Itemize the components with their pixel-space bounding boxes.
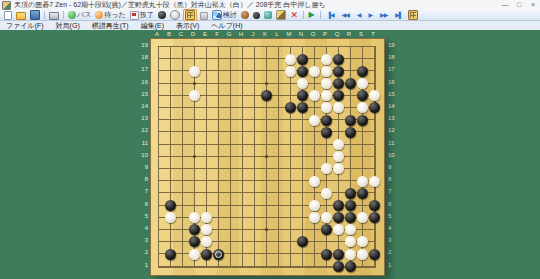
- intersection-B1[interactable]: [164, 260, 176, 272]
- menu-game[interactable]: 対局(G): [50, 21, 86, 30]
- intersection-E10[interactable]: [200, 151, 212, 163]
- intersection-H5[interactable]: [236, 212, 248, 224]
- small-view-tool[interactable]: [199, 10, 209, 20]
- intersection-G3[interactable]: [224, 236, 236, 248]
- intersection-K13[interactable]: [260, 114, 272, 126]
- intersection-P4[interactable]: [320, 224, 332, 236]
- intersection-A16[interactable]: [152, 77, 164, 89]
- intersection-P8[interactable]: [320, 175, 332, 187]
- intersection-G6[interactable]: [224, 199, 236, 211]
- intersection-A7[interactable]: [152, 187, 164, 199]
- intersection-K12[interactable]: [260, 126, 272, 138]
- intersection-N7[interactable]: [296, 187, 308, 199]
- intersection-B13[interactable]: [164, 114, 176, 126]
- intersection-N13[interactable]: [296, 114, 308, 126]
- intersection-C6[interactable]: [176, 199, 188, 211]
- intersection-C7[interactable]: [176, 187, 188, 199]
- intersection-O15[interactable]: [308, 90, 320, 102]
- intersection-D14[interactable]: [188, 102, 200, 114]
- nav-back-button[interactable]: ◀: [354, 10, 364, 20]
- intersection-H16[interactable]: [236, 77, 248, 89]
- intersection-D12[interactable]: [188, 126, 200, 138]
- intersection-T12[interactable]: [368, 126, 380, 138]
- intersection-M16[interactable]: [284, 77, 296, 89]
- intersection-L4[interactable]: [272, 224, 284, 236]
- intersection-P3[interactable]: [320, 236, 332, 248]
- intersection-S8[interactable]: [356, 175, 368, 187]
- intersection-A11[interactable]: [152, 138, 164, 150]
- intersection-G12[interactable]: [224, 126, 236, 138]
- intersection-S2[interactable]: [356, 248, 368, 260]
- intersection-T10[interactable]: [368, 151, 380, 163]
- intersection-L14[interactable]: [272, 102, 284, 114]
- intersection-E16[interactable]: [200, 77, 212, 89]
- intersection-T6[interactable]: [368, 199, 380, 211]
- intersection-A1[interactable]: [152, 260, 164, 272]
- intersection-C16[interactable]: [176, 77, 188, 89]
- intersection-Q5[interactable]: [332, 212, 344, 224]
- intersection-O16[interactable]: [308, 77, 320, 89]
- intersection-T1[interactable]: [368, 260, 380, 272]
- intersection-B11[interactable]: [164, 138, 176, 150]
- intersection-S5[interactable]: [356, 212, 368, 224]
- intersection-P9[interactable]: [320, 163, 332, 175]
- intersection-Q17[interactable]: [332, 65, 344, 77]
- intersection-E8[interactable]: [200, 175, 212, 187]
- black-stone-tool[interactable]: [157, 10, 167, 20]
- intersection-J4[interactable]: [248, 224, 260, 236]
- intersection-P5[interactable]: [320, 212, 332, 224]
- intersection-S11[interactable]: [356, 138, 368, 150]
- intersection-C18[interactable]: [176, 53, 188, 65]
- nav-first-button[interactable]: ▐◀: [324, 10, 337, 20]
- intersection-O17[interactable]: [308, 65, 320, 77]
- intersection-C13[interactable]: [176, 114, 188, 126]
- intersection-Q16[interactable]: [332, 77, 344, 89]
- intersection-G11[interactable]: [224, 138, 236, 150]
- intersection-O19[interactable]: [308, 41, 320, 53]
- intersection-B19[interactable]: [164, 41, 176, 53]
- intersection-T5[interactable]: [368, 212, 380, 224]
- intersection-H9[interactable]: [236, 163, 248, 175]
- intersection-K2[interactable]: [260, 248, 272, 260]
- intersection-F5[interactable]: [212, 212, 224, 224]
- intersection-M13[interactable]: [284, 114, 296, 126]
- intersection-O14[interactable]: [308, 102, 320, 114]
- intersection-N3[interactable]: [296, 236, 308, 248]
- intersection-B12[interactable]: [164, 126, 176, 138]
- intersection-N16[interactable]: [296, 77, 308, 89]
- intersection-Q14[interactable]: [332, 102, 344, 114]
- intersection-J5[interactable]: [248, 212, 260, 224]
- intersection-L10[interactable]: [272, 151, 284, 163]
- intersection-F3[interactable]: [212, 236, 224, 248]
- intersection-Q19[interactable]: [332, 41, 344, 53]
- intersection-P1[interactable]: [320, 260, 332, 272]
- intersection-E13[interactable]: [200, 114, 212, 126]
- intersection-M9[interactable]: [284, 163, 296, 175]
- intersection-J9[interactable]: [248, 163, 260, 175]
- intersection-G19[interactable]: [224, 41, 236, 53]
- intersection-J6[interactable]: [248, 199, 260, 211]
- intersection-G15[interactable]: [224, 90, 236, 102]
- intersection-O5[interactable]: [308, 212, 320, 224]
- intersection-E15[interactable]: [200, 90, 212, 102]
- intersection-A2[interactable]: [152, 248, 164, 260]
- intersection-N8[interactable]: [296, 175, 308, 187]
- intersection-H14[interactable]: [236, 102, 248, 114]
- intersection-T18[interactable]: [368, 53, 380, 65]
- intersection-A6[interactable]: [152, 199, 164, 211]
- intersection-P14[interactable]: [320, 102, 332, 114]
- intersection-J10[interactable]: [248, 151, 260, 163]
- intersection-H1[interactable]: [236, 260, 248, 272]
- intersection-O9[interactable]: [308, 163, 320, 175]
- intersection-F12[interactable]: [212, 126, 224, 138]
- intersection-R13[interactable]: [344, 114, 356, 126]
- intersection-D6[interactable]: [188, 199, 200, 211]
- intersection-S17[interactable]: [356, 65, 368, 77]
- intersection-N9[interactable]: [296, 163, 308, 175]
- intersection-H18[interactable]: [236, 53, 248, 65]
- stone-ball-tool[interactable]: [252, 10, 261, 20]
- intersection-R1[interactable]: [344, 260, 356, 272]
- intersection-F6[interactable]: [212, 199, 224, 211]
- intersection-S15[interactable]: [356, 90, 368, 102]
- intersection-F19[interactable]: [212, 41, 224, 53]
- intersection-C14[interactable]: [176, 102, 188, 114]
- intersection-J18[interactable]: [248, 53, 260, 65]
- intersection-O8[interactable]: [308, 175, 320, 187]
- intersection-E6[interactable]: [200, 199, 212, 211]
- intersection-N4[interactable]: [296, 224, 308, 236]
- intersection-K1[interactable]: [260, 260, 272, 272]
- intersection-J15[interactable]: [248, 90, 260, 102]
- intersection-H10[interactable]: [236, 151, 248, 163]
- intersection-M6[interactable]: [284, 199, 296, 211]
- intersection-B4[interactable]: [164, 224, 176, 236]
- intersection-G18[interactable]: [224, 53, 236, 65]
- intersection-G17[interactable]: [224, 65, 236, 77]
- intersection-H8[interactable]: [236, 175, 248, 187]
- intersection-A10[interactable]: [152, 151, 164, 163]
- intersection-L8[interactable]: [272, 175, 284, 187]
- intersection-K15[interactable]: [260, 90, 272, 102]
- intersection-A5[interactable]: [152, 212, 164, 224]
- menu-edit[interactable]: 編集(E): [135, 21, 170, 30]
- intersection-Q12[interactable]: [332, 126, 344, 138]
- intersection-B10[interactable]: [164, 151, 176, 163]
- intersection-A9[interactable]: [152, 163, 164, 175]
- intersection-Q4[interactable]: [332, 224, 344, 236]
- minimize-button[interactable]: —: [498, 0, 512, 10]
- edit-tool[interactable]: [275, 10, 287, 20]
- intersection-M2[interactable]: [284, 248, 296, 260]
- nav-last-button[interactable]: ▶▌: [392, 10, 405, 20]
- intersection-A12[interactable]: [152, 126, 164, 138]
- intersection-H19[interactable]: [236, 41, 248, 53]
- intersection-F8[interactable]: [212, 175, 224, 187]
- intersection-R17[interactable]: [344, 65, 356, 77]
- intersection-O6[interactable]: [308, 199, 320, 211]
- intersection-E5[interactable]: [200, 212, 212, 224]
- intersection-G1[interactable]: [224, 260, 236, 272]
- intersection-D10[interactable]: [188, 151, 200, 163]
- intersection-C15[interactable]: [176, 90, 188, 102]
- intersection-E4[interactable]: [200, 224, 212, 236]
- intersection-R4[interactable]: [344, 224, 356, 236]
- intersection-B16[interactable]: [164, 77, 176, 89]
- intersection-C1[interactable]: [176, 260, 188, 272]
- intersection-L18[interactable]: [272, 53, 284, 65]
- intersection-O4[interactable]: [308, 224, 320, 236]
- print-button[interactable]: [48, 10, 60, 20]
- intersection-L12[interactable]: [272, 126, 284, 138]
- intersection-K14[interactable]: [260, 102, 272, 114]
- intersection-L19[interactable]: [272, 41, 284, 53]
- intersection-S9[interactable]: [356, 163, 368, 175]
- intersection-N1[interactable]: [296, 260, 308, 272]
- intersection-E3[interactable]: [200, 236, 212, 248]
- intersection-R8[interactable]: [344, 175, 356, 187]
- intersection-L3[interactable]: [272, 236, 284, 248]
- intersection-R15[interactable]: [344, 90, 356, 102]
- intersection-R2[interactable]: [344, 248, 356, 260]
- intersection-C11[interactable]: [176, 138, 188, 150]
- intersection-K10[interactable]: [260, 151, 272, 163]
- intersection-D15[interactable]: [188, 90, 200, 102]
- intersection-E9[interactable]: [200, 163, 212, 175]
- intersection-L2[interactable]: [272, 248, 284, 260]
- intersection-M4[interactable]: [284, 224, 296, 236]
- intersection-E18[interactable]: [200, 53, 212, 65]
- intersection-J3[interactable]: [248, 236, 260, 248]
- intersection-J17[interactable]: [248, 65, 260, 77]
- intersection-O18[interactable]: [308, 53, 320, 65]
- intersection-T16[interactable]: [368, 77, 380, 89]
- intersection-J2[interactable]: [248, 248, 260, 260]
- intersection-K19[interactable]: [260, 41, 272, 53]
- intersection-C17[interactable]: [176, 65, 188, 77]
- pass-button[interactable]: パス: [67, 10, 92, 20]
- intersection-D11[interactable]: [188, 138, 200, 150]
- intersection-H12[interactable]: [236, 126, 248, 138]
- intersection-A19[interactable]: [152, 41, 164, 53]
- intersection-B8[interactable]: [164, 175, 176, 187]
- intersection-J16[interactable]: [248, 77, 260, 89]
- intersection-F17[interactable]: [212, 65, 224, 77]
- intersection-G13[interactable]: [224, 114, 236, 126]
- intersection-F7[interactable]: [212, 187, 224, 199]
- intersection-Q9[interactable]: [332, 163, 344, 175]
- intersection-N18[interactable]: [296, 53, 308, 65]
- intersection-H3[interactable]: [236, 236, 248, 248]
- intersection-P15[interactable]: [320, 90, 332, 102]
- intersection-B18[interactable]: [164, 53, 176, 65]
- intersection-F15[interactable]: [212, 90, 224, 102]
- intersection-A18[interactable]: [152, 53, 164, 65]
- intersection-L1[interactable]: [272, 260, 284, 272]
- intersection-D3[interactable]: [188, 236, 200, 248]
- intersection-O13[interactable]: [308, 114, 320, 126]
- intersection-N10[interactable]: [296, 151, 308, 163]
- intersection-M19[interactable]: [284, 41, 296, 53]
- intersection-N12[interactable]: [296, 126, 308, 138]
- intersection-D18[interactable]: [188, 53, 200, 65]
- intersection-T9[interactable]: [368, 163, 380, 175]
- intersection-Q15[interactable]: [332, 90, 344, 102]
- intersection-C19[interactable]: [176, 41, 188, 53]
- intersection-S14[interactable]: [356, 102, 368, 114]
- intersection-C4[interactable]: [176, 224, 188, 236]
- intersection-M3[interactable]: [284, 236, 296, 248]
- intersection-G7[interactable]: [224, 187, 236, 199]
- menu-help[interactable]: ヘルプ(H): [205, 21, 248, 30]
- intersection-A14[interactable]: [152, 102, 164, 114]
- intersection-M7[interactable]: [284, 187, 296, 199]
- intersection-G14[interactable]: [224, 102, 236, 114]
- intersection-T11[interactable]: [368, 138, 380, 150]
- intersection-B6[interactable]: [164, 199, 176, 211]
- territory-tool[interactable]: [263, 10, 273, 20]
- intersection-P12[interactable]: [320, 126, 332, 138]
- intersection-H17[interactable]: [236, 65, 248, 77]
- intersection-G16[interactable]: [224, 77, 236, 89]
- intersection-E14[interactable]: [200, 102, 212, 114]
- intersection-F2[interactable]: [212, 248, 224, 260]
- intersection-N19[interactable]: [296, 41, 308, 53]
- intersection-M17[interactable]: [284, 65, 296, 77]
- intersection-M1[interactable]: [284, 260, 296, 272]
- intersection-H2[interactable]: [236, 248, 248, 260]
- play-button[interactable]: ▶: [307, 10, 317, 20]
- intersection-D16[interactable]: [188, 77, 200, 89]
- intersection-M8[interactable]: [284, 175, 296, 187]
- intersection-D9[interactable]: [188, 163, 200, 175]
- intersection-G5[interactable]: [224, 212, 236, 224]
- intersection-F10[interactable]: [212, 151, 224, 163]
- intersection-J8[interactable]: [248, 175, 260, 187]
- intersection-C9[interactable]: [176, 163, 188, 175]
- intersection-G4[interactable]: [224, 224, 236, 236]
- intersection-P16[interactable]: [320, 77, 332, 89]
- mini-board-tool[interactable]: [407, 10, 419, 20]
- intersection-D17[interactable]: [188, 65, 200, 77]
- intersection-G2[interactable]: [224, 248, 236, 260]
- intersection-Q11[interactable]: [332, 138, 344, 150]
- intersection-J13[interactable]: [248, 114, 260, 126]
- new-file-button[interactable]: [3, 10, 13, 20]
- intersection-Q8[interactable]: [332, 175, 344, 187]
- intersection-F18[interactable]: [212, 53, 224, 65]
- intersection-B3[interactable]: [164, 236, 176, 248]
- intersection-L9[interactable]: [272, 163, 284, 175]
- intersection-F11[interactable]: [212, 138, 224, 150]
- intersection-K17[interactable]: [260, 65, 272, 77]
- intersection-N11[interactable]: [296, 138, 308, 150]
- intersection-C12[interactable]: [176, 126, 188, 138]
- intersection-P10[interactable]: [320, 151, 332, 163]
- intersection-C3[interactable]: [176, 236, 188, 248]
- nav-back10-button[interactable]: ◀◀: [339, 10, 352, 20]
- intersection-J1[interactable]: [248, 260, 260, 272]
- intersection-M5[interactable]: [284, 212, 296, 224]
- save-button[interactable]: [29, 10, 41, 20]
- intersection-B9[interactable]: [164, 163, 176, 175]
- intersection-H11[interactable]: [236, 138, 248, 150]
- intersection-D7[interactable]: [188, 187, 200, 199]
- intersection-T17[interactable]: [368, 65, 380, 77]
- intersection-A13[interactable]: [152, 114, 164, 126]
- intersection-B2[interactable]: [164, 248, 176, 260]
- intersection-O10[interactable]: [308, 151, 320, 163]
- nav-forward-button[interactable]: ▶: [365, 10, 375, 20]
- intersection-M11[interactable]: [284, 138, 296, 150]
- intersection-P17[interactable]: [320, 65, 332, 77]
- white-stone-tool[interactable]: [169, 10, 181, 20]
- intersection-O1[interactable]: [308, 260, 320, 272]
- intersection-J11[interactable]: [248, 138, 260, 150]
- menu-view[interactable]: 表示(V): [170, 21, 205, 30]
- intersection-K8[interactable]: [260, 175, 272, 187]
- intersection-N5[interactable]: [296, 212, 308, 224]
- maximize-button[interactable]: □: [512, 0, 526, 10]
- intersection-Q3[interactable]: [332, 236, 344, 248]
- delete-button[interactable]: ✕: [289, 10, 300, 20]
- intersection-K16[interactable]: [260, 77, 272, 89]
- intersection-E11[interactable]: [200, 138, 212, 150]
- intersection-T14[interactable]: [368, 102, 380, 114]
- intersection-M10[interactable]: [284, 151, 296, 163]
- intersection-N15[interactable]: [296, 90, 308, 102]
- intersection-O2[interactable]: [308, 248, 320, 260]
- intersection-R19[interactable]: [344, 41, 356, 53]
- intersection-A15[interactable]: [152, 90, 164, 102]
- intersection-H13[interactable]: [236, 114, 248, 126]
- intersection-E17[interactable]: [200, 65, 212, 77]
- intersection-G8[interactable]: [224, 175, 236, 187]
- intersection-T2[interactable]: [368, 248, 380, 260]
- intersection-M14[interactable]: [284, 102, 296, 114]
- nav-forward10-button[interactable]: ▶▶: [377, 10, 390, 20]
- open-file-button[interactable]: [15, 10, 27, 20]
- intersection-Q10[interactable]: [332, 151, 344, 163]
- intersection-O7[interactable]: [308, 187, 320, 199]
- intersection-F9[interactable]: [212, 163, 224, 175]
- intersection-B14[interactable]: [164, 102, 176, 114]
- intersection-D2[interactable]: [188, 248, 200, 260]
- intersection-T7[interactable]: [368, 187, 380, 199]
- intersection-R7[interactable]: [344, 187, 356, 199]
- resign-button[interactable]: 投了: [129, 10, 155, 20]
- intersection-Q1[interactable]: [332, 260, 344, 272]
- intersection-J19[interactable]: [248, 41, 260, 53]
- intersection-E12[interactable]: [200, 126, 212, 138]
- intersection-P2[interactable]: [320, 248, 332, 260]
- intersection-Q18[interactable]: [332, 53, 344, 65]
- intersection-K3[interactable]: [260, 236, 272, 248]
- intersection-C2[interactable]: [176, 248, 188, 260]
- intersection-L17[interactable]: [272, 65, 284, 77]
- intersection-O3[interactable]: [308, 236, 320, 248]
- intersection-R3[interactable]: [344, 236, 356, 248]
- intersection-J14[interactable]: [248, 102, 260, 114]
- intersection-C10[interactable]: [176, 151, 188, 163]
- intersection-H4[interactable]: [236, 224, 248, 236]
- intersection-P18[interactable]: [320, 53, 332, 65]
- intersection-K11[interactable]: [260, 138, 272, 150]
- intersection-P19[interactable]: [320, 41, 332, 53]
